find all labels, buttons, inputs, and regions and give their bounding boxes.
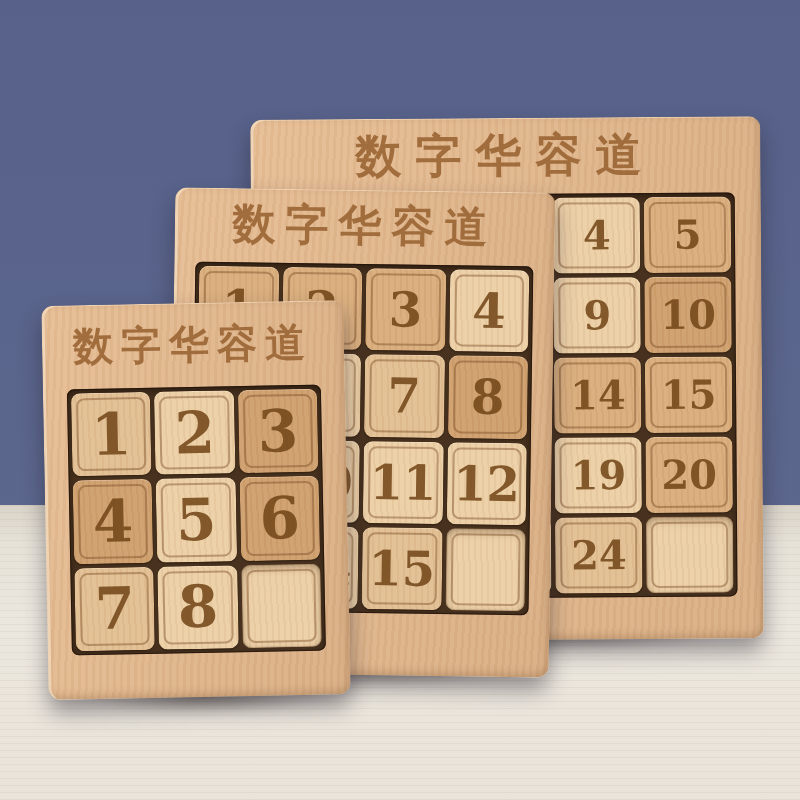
board-title-strip: 数字华容道 — [174, 187, 555, 264]
empty-slot — [445, 528, 526, 611]
tile-14[interactable]: 14 — [554, 357, 641, 434]
tile-number: 4 — [92, 492, 133, 551]
tile-number: 4 — [583, 215, 611, 255]
tile-number: 9 — [583, 295, 611, 335]
tile-number: 15 — [661, 375, 717, 415]
tile-4[interactable]: 4 — [553, 197, 640, 274]
tile-number: 7 — [387, 372, 421, 420]
tile-20[interactable]: 20 — [646, 436, 733, 513]
tile-12[interactable]: 12 — [446, 442, 527, 525]
tile-number: 6 — [259, 489, 300, 548]
tile-3[interactable]: 3 — [365, 268, 446, 351]
tile-7[interactable]: 7 — [364, 354, 445, 437]
board-title: 数字华容道 — [355, 124, 655, 188]
tile-number: 7 — [94, 580, 135, 639]
tile-number: 2 — [174, 403, 215, 462]
tile-4[interactable]: 4 — [449, 269, 530, 352]
scene: 数字华容道 1234567891011121314151617181920212… — [0, 0, 800, 800]
empty-slot — [646, 516, 733, 593]
tile-number: 12 — [453, 459, 520, 508]
tile-24[interactable]: 24 — [555, 517, 642, 594]
tile-number: 5 — [674, 215, 702, 255]
tile-number: 19 — [570, 455, 626, 495]
tile-15[interactable]: 15 — [362, 527, 443, 610]
tile-15[interactable]: 15 — [645, 356, 732, 433]
tile-number: 20 — [661, 455, 717, 495]
tile-number: 8 — [177, 578, 218, 637]
board-3x3-8-puzzle: 数字华容道 12345678 — [41, 300, 351, 700]
tile-number: 8 — [471, 373, 505, 421]
board-title-strip: 数字华容道 — [41, 300, 345, 388]
tile-number: 14 — [570, 375, 626, 415]
tile-number: 5 — [176, 491, 217, 550]
tile-8[interactable]: 8 — [158, 565, 239, 650]
puzzle-tray-3x3: 12345678 — [67, 385, 326, 656]
tile-7[interactable]: 7 — [74, 566, 155, 651]
tile-5[interactable]: 5 — [156, 478, 237, 563]
tile-10[interactable]: 10 — [644, 276, 731, 353]
board-title-strip: 数字华容道 — [250, 116, 761, 196]
tile-11[interactable]: 11 — [363, 441, 444, 524]
board-title: 数字华容道 — [72, 314, 313, 374]
tile-2[interactable]: 2 — [154, 390, 235, 475]
tile-6[interactable]: 6 — [239, 476, 320, 561]
tile-4[interactable]: 4 — [73, 479, 154, 564]
tile-number: 24 — [571, 535, 627, 575]
tile-5[interactable]: 5 — [644, 196, 731, 273]
tile-3[interactable]: 3 — [238, 389, 319, 474]
tile-19[interactable]: 19 — [555, 437, 642, 514]
tile-number: 11 — [369, 458, 436, 507]
empty-slot — [241, 563, 322, 648]
tile-9[interactable]: 9 — [554, 277, 641, 354]
tile-1[interactable]: 1 — [71, 392, 152, 477]
tile-number: 3 — [388, 285, 422, 333]
tile-number: 10 — [660, 295, 716, 335]
tile-number: 3 — [257, 402, 298, 461]
board-title: 数字华容道 — [232, 195, 498, 257]
tile-number: 15 — [368, 544, 435, 593]
tile-8[interactable]: 8 — [447, 355, 528, 438]
tile-number: 4 — [472, 287, 506, 335]
tile-number: 1 — [91, 405, 132, 464]
